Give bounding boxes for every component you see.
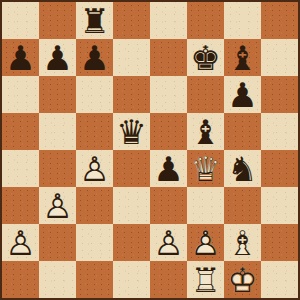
white-pawn-f2: ♟♙ [187, 224, 224, 261]
square-b3[interactable]: ♟♙ [39, 187, 76, 224]
square-d7[interactable] [113, 39, 150, 76]
square-a6[interactable] [2, 76, 39, 113]
square-g2[interactable]: ♝♗ [224, 224, 261, 261]
square-f3[interactable] [187, 187, 224, 224]
square-c1[interactable] [76, 261, 113, 298]
square-g4[interactable]: ♞ [224, 150, 261, 187]
square-e3[interactable] [150, 187, 187, 224]
square-c5[interactable] [76, 113, 113, 150]
white-pawn-c4: ♟♙ [76, 150, 113, 187]
square-b5[interactable] [39, 113, 76, 150]
white-piece-outline: ♙ [187, 224, 224, 261]
square-c2[interactable] [76, 224, 113, 261]
square-d1[interactable] [113, 261, 150, 298]
black-pawn-a7: ♟ [2, 39, 39, 76]
white-pawn-a2: ♟♙ [2, 224, 39, 261]
square-f1[interactable]: ♜♖ [187, 261, 224, 298]
black-king-f7: ♚ [187, 39, 224, 76]
square-f5[interactable]: ♝ [187, 113, 224, 150]
black-pawn-b7: ♟ [39, 39, 76, 76]
square-e8[interactable] [150, 2, 187, 39]
black-knight-g4: ♞ [224, 150, 261, 187]
square-g7[interactable]: ♝ [224, 39, 261, 76]
chess-board: ♜♟♟♟♚♝♟♛♝♟♙♟♛♕♞♟♙♟♙♟♙♟♙♝♗♜♖♚♔ [0, 0, 300, 300]
square-d2[interactable] [113, 224, 150, 261]
white-piece-outline: ♙ [76, 150, 113, 187]
square-a4[interactable] [2, 150, 39, 187]
square-b8[interactable] [39, 2, 76, 39]
white-piece-outline: ♖ [187, 261, 224, 298]
white-piece-outline: ♕ [187, 150, 224, 187]
square-c7[interactable]: ♟ [76, 39, 113, 76]
black-queen-d5: ♛ [113, 113, 150, 150]
white-pawn-e2: ♟♙ [150, 224, 187, 261]
square-f4[interactable]: ♛♕ [187, 150, 224, 187]
square-g8[interactable] [224, 2, 261, 39]
white-pawn-b3: ♟♙ [39, 187, 76, 224]
black-pawn-e4: ♟ [150, 150, 187, 187]
square-d3[interactable] [113, 187, 150, 224]
square-h7[interactable] [261, 39, 298, 76]
square-a5[interactable] [2, 113, 39, 150]
square-e1[interactable] [150, 261, 187, 298]
square-f8[interactable] [187, 2, 224, 39]
square-e5[interactable] [150, 113, 187, 150]
square-f2[interactable]: ♟♙ [187, 224, 224, 261]
white-piece-outline: ♙ [150, 224, 187, 261]
square-h1[interactable] [261, 261, 298, 298]
square-c6[interactable] [76, 76, 113, 113]
square-a1[interactable] [2, 261, 39, 298]
square-f7[interactable]: ♚ [187, 39, 224, 76]
square-h8[interactable] [261, 2, 298, 39]
square-e4[interactable]: ♟ [150, 150, 187, 187]
square-d4[interactable] [113, 150, 150, 187]
black-pawn-c7: ♟ [76, 39, 113, 76]
square-d6[interactable] [113, 76, 150, 113]
square-b4[interactable] [39, 150, 76, 187]
white-queen-f4: ♛♕ [187, 150, 224, 187]
square-h6[interactable] [261, 76, 298, 113]
white-piece-outline: ♙ [39, 187, 76, 224]
square-b7[interactable]: ♟ [39, 39, 76, 76]
square-h4[interactable] [261, 150, 298, 187]
square-a2[interactable]: ♟♙ [2, 224, 39, 261]
square-e6[interactable] [150, 76, 187, 113]
square-d5[interactable]: ♛ [113, 113, 150, 150]
square-e2[interactable]: ♟♙ [150, 224, 187, 261]
square-a8[interactable] [2, 2, 39, 39]
square-b2[interactable] [39, 224, 76, 261]
square-c8[interactable]: ♜ [76, 2, 113, 39]
square-g5[interactable] [224, 113, 261, 150]
square-h2[interactable] [261, 224, 298, 261]
square-h5[interactable] [261, 113, 298, 150]
white-piece-outline: ♙ [2, 224, 39, 261]
white-piece-outline: ♔ [224, 261, 261, 298]
white-king-g1: ♚♔ [224, 261, 261, 298]
square-c3[interactable] [76, 187, 113, 224]
square-f6[interactable] [187, 76, 224, 113]
black-rook-c8: ♜ [76, 2, 113, 39]
square-b6[interactable] [39, 76, 76, 113]
square-g3[interactable] [224, 187, 261, 224]
square-g6[interactable]: ♟ [224, 76, 261, 113]
white-rook-f1: ♜♖ [187, 261, 224, 298]
square-g1[interactable]: ♚♔ [224, 261, 261, 298]
board-grid: ♜♟♟♟♚♝♟♛♝♟♙♟♛♕♞♟♙♟♙♟♙♟♙♝♗♜♖♚♔ [2, 2, 298, 298]
square-c4[interactable]: ♟♙ [76, 150, 113, 187]
square-a3[interactable] [2, 187, 39, 224]
white-piece-outline: ♗ [224, 224, 261, 261]
square-a7[interactable]: ♟ [2, 39, 39, 76]
black-bishop-g7: ♝ [224, 39, 261, 76]
square-e7[interactable] [150, 39, 187, 76]
square-h3[interactable] [261, 187, 298, 224]
square-d8[interactable] [113, 2, 150, 39]
white-bishop-g2: ♝♗ [224, 224, 261, 261]
square-b1[interactable] [39, 261, 76, 298]
black-pawn-g6: ♟ [224, 76, 261, 113]
black-bishop-f5: ♝ [187, 113, 224, 150]
